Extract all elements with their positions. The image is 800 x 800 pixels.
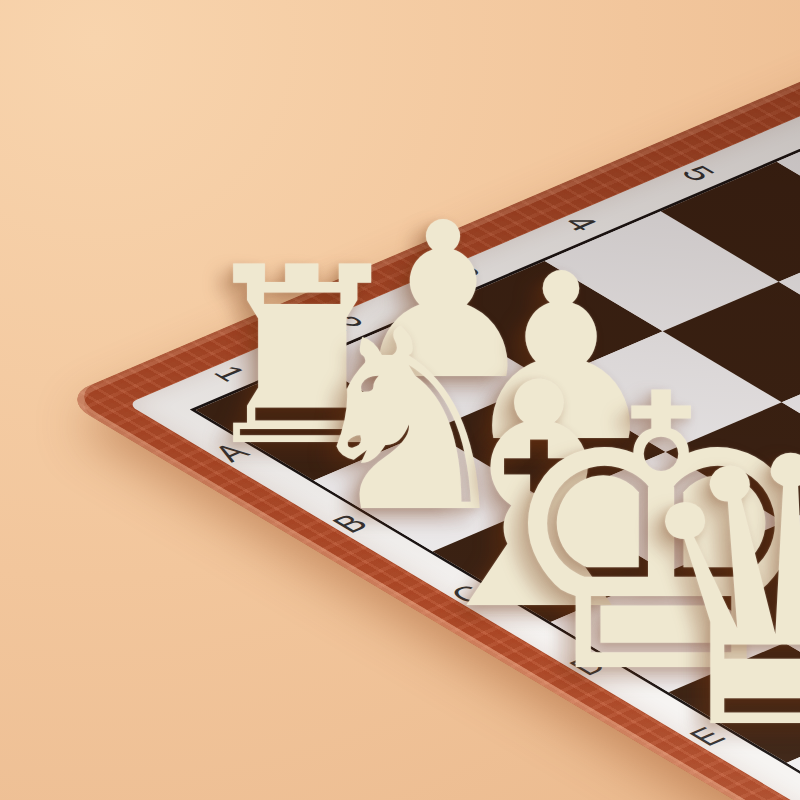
board-grid <box>190 10 800 800</box>
photo-background-surface: ABCDEFGH12345678 ♟♜♟♞♝♚♛ <box>0 0 800 800</box>
chess-board-mat: ABCDEFGH12345678 <box>60 0 800 800</box>
